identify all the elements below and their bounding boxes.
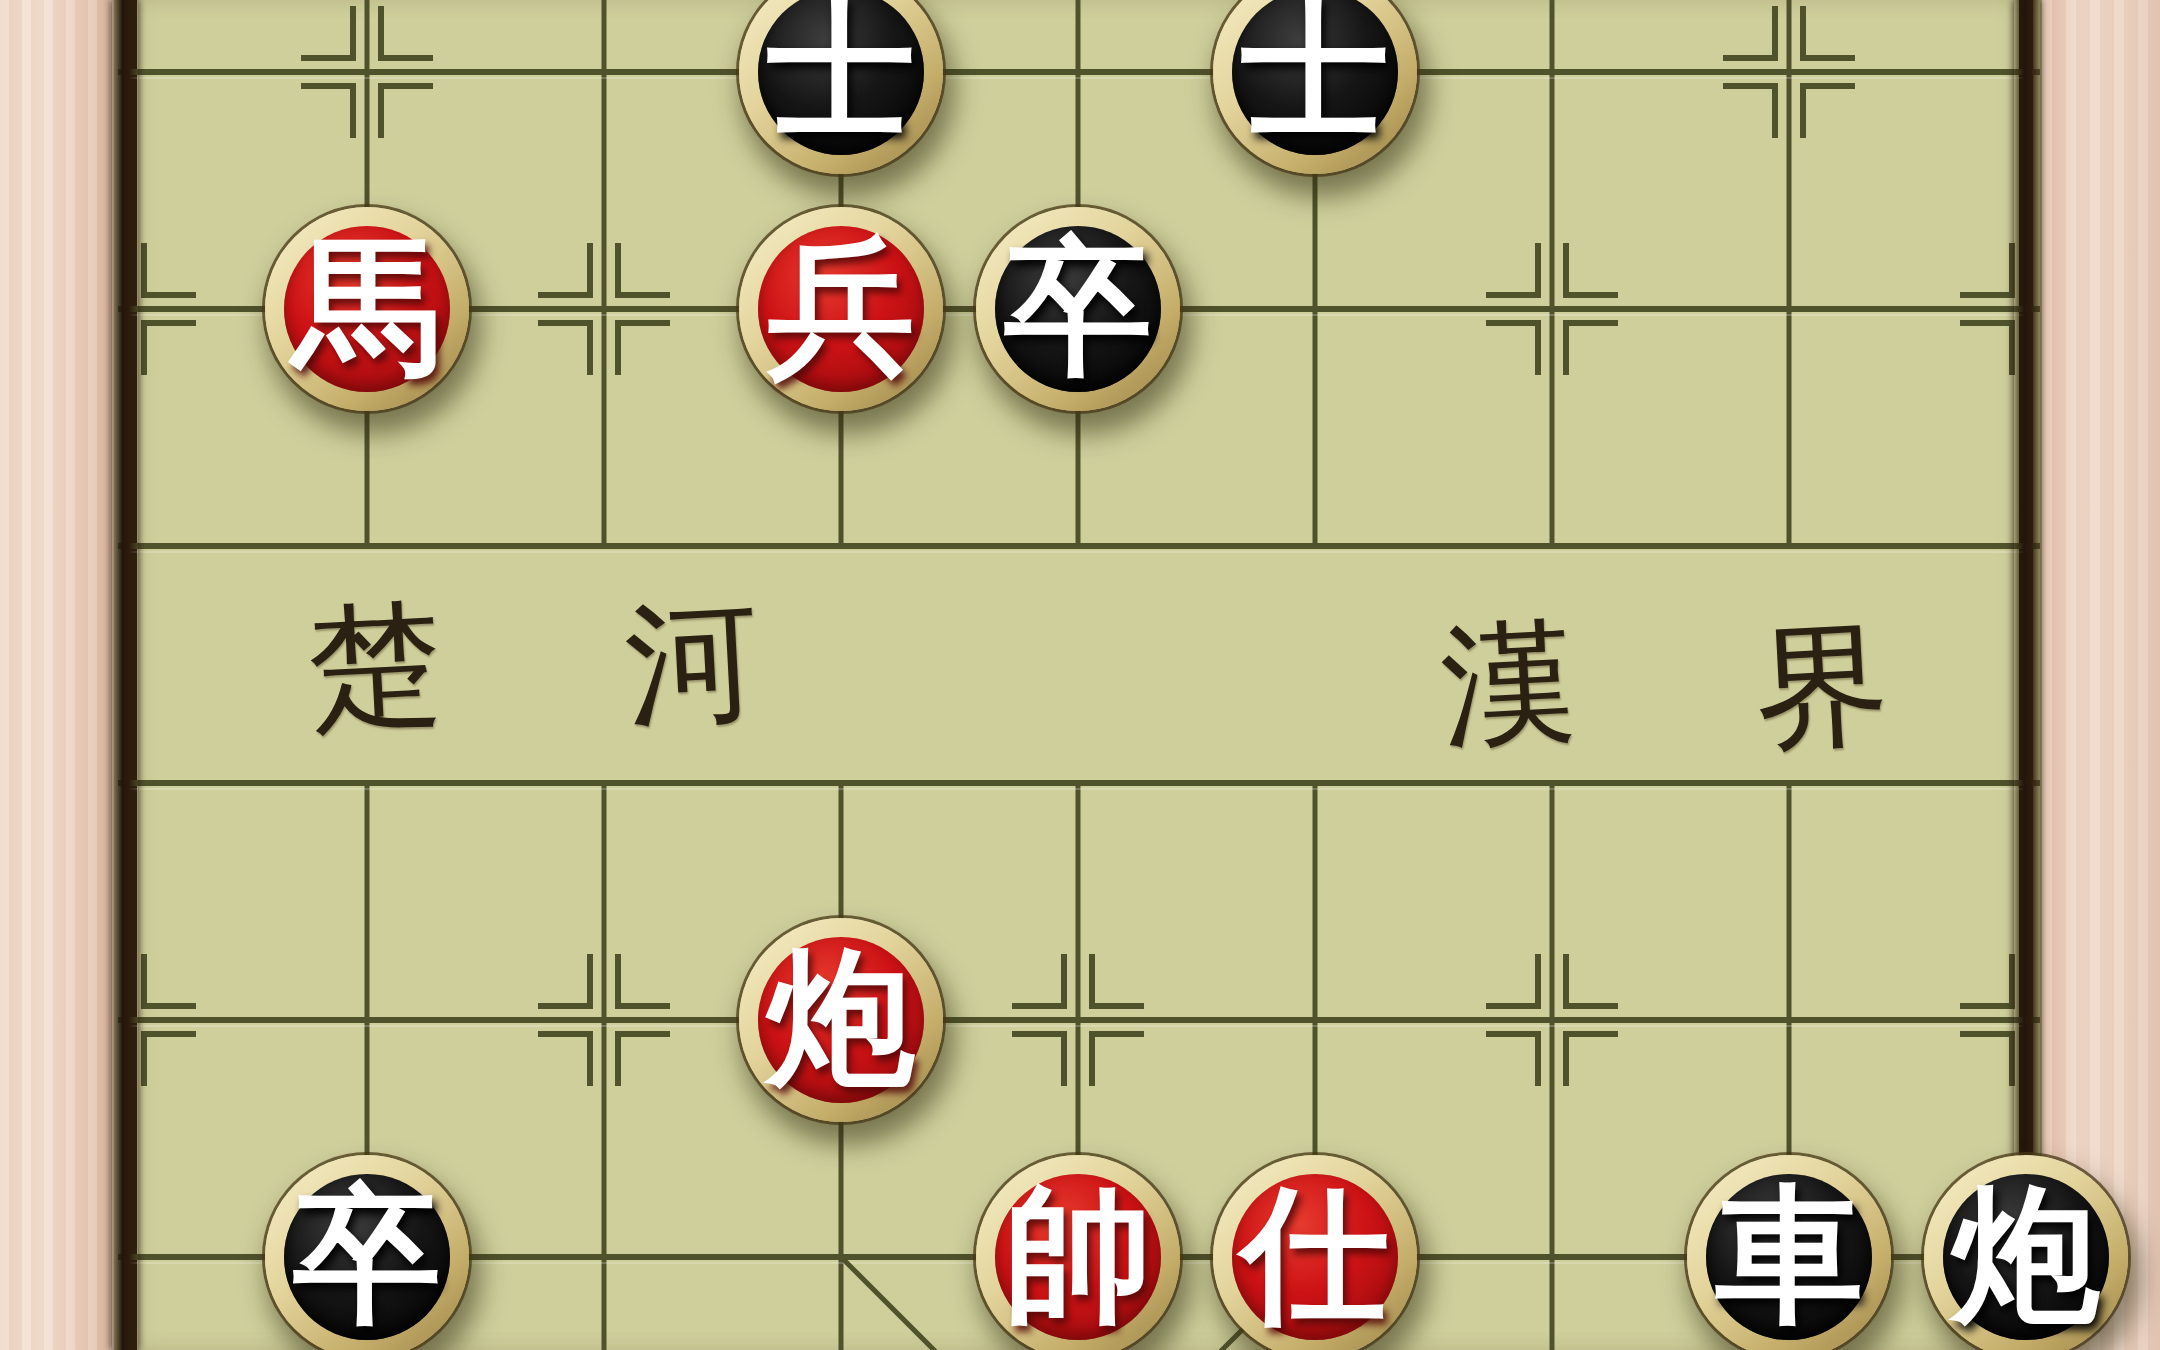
board-border-right (2014, 0, 2040, 1350)
piece-disc: 卒 (284, 1174, 450, 1340)
piece-disc: 士 (1232, 0, 1398, 155)
board-border-left (112, 0, 138, 1350)
piece-disc: 車 (1706, 1174, 1872, 1340)
piece-glyph-red-general: 帥 (1004, 1181, 1152, 1329)
piece-glyph-black-soldier: 卒 (1004, 233, 1152, 381)
piece-glyph-red-cannon: 炮 (767, 944, 915, 1092)
river-label-he: 河 (622, 593, 763, 734)
piece-glyph-black-chariot: 車 (1715, 1181, 1863, 1329)
piece-disc: 馬 (284, 226, 450, 392)
piece-disc: 炮 (1943, 1174, 2109, 1340)
piece-disc: 仕 (1232, 1174, 1398, 1340)
piece-black-advisor[interactable]: 士 (1213, 0, 1417, 174)
piece-disc: 炮 (758, 937, 924, 1103)
piece-glyph-red-advisor: 仕 (1241, 1181, 1389, 1329)
piece-red-general[interactable]: 帥 (976, 1155, 1180, 1350)
xiangqi-app-screen: 楚 河 漢 界 士士馬兵卒炮卒帥仕車炮 (0, 0, 2160, 1350)
piece-red-cannon[interactable]: 炮 (739, 918, 943, 1122)
piece-black-soldier[interactable]: 卒 (265, 1155, 469, 1350)
piece-glyph-red-horse: 馬 (293, 233, 441, 381)
piece-disc: 帥 (995, 1174, 1161, 1340)
piece-glyph-black-advisor: 士 (1241, 0, 1389, 144)
piece-glyph-black-soldier: 卒 (293, 1181, 441, 1329)
piece-red-advisor[interactable]: 仕 (1213, 1155, 1417, 1350)
piece-glyph-red-soldier: 兵 (767, 233, 915, 381)
piece-glyph-black-advisor: 士 (767, 0, 915, 144)
piece-disc: 士 (758, 0, 924, 155)
river-label-jie: 界 (1752, 617, 1893, 758)
piece-glyph-black-cannon: 炮 (1952, 1181, 2100, 1329)
piece-disc: 兵 (758, 226, 924, 392)
piece-black-soldier[interactable]: 卒 (976, 207, 1180, 411)
river-label-han: 漢 (1438, 614, 1579, 755)
piece-black-chariot[interactable]: 車 (1687, 1155, 1891, 1350)
piece-red-soldier[interactable]: 兵 (739, 207, 943, 411)
piece-red-horse[interactable]: 馬 (265, 207, 469, 411)
river-label-chu: 楚 (305, 596, 446, 737)
piece-black-advisor[interactable]: 士 (739, 0, 943, 174)
piece-black-cannon[interactable]: 炮 (1924, 1155, 2128, 1350)
piece-disc: 卒 (995, 226, 1161, 392)
